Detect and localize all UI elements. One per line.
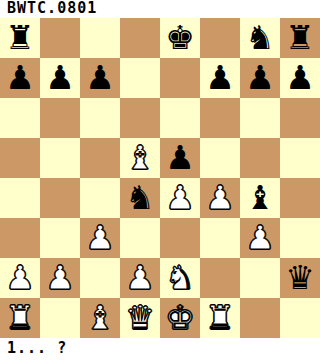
square-b3[interactable] (40, 218, 80, 258)
square-d2[interactable]: ♟ (120, 258, 160, 298)
square-a8[interactable]: ♜ (0, 18, 40, 58)
black-pawn[interactable]: ♟ (205, 58, 235, 98)
square-c8[interactable] (80, 18, 120, 58)
square-c1[interactable]: ♝ (80, 298, 120, 338)
puzzle-title: BWTC.0801 (0, 0, 320, 18)
square-d5[interactable]: ♝ (120, 138, 160, 178)
black-pawn[interactable]: ♟ (85, 58, 115, 98)
square-f5[interactable] (200, 138, 240, 178)
black-pawn[interactable]: ♟ (45, 58, 75, 98)
white-bishop[interactable]: ♝ (85, 298, 115, 338)
square-a5[interactable] (0, 138, 40, 178)
square-g8[interactable]: ♞ (240, 18, 280, 58)
square-a3[interactable] (0, 218, 40, 258)
move-prompt: 1... ? (0, 338, 320, 360)
square-a1[interactable]: ♜ (0, 298, 40, 338)
square-h4[interactable] (280, 178, 320, 218)
square-e3[interactable] (160, 218, 200, 258)
square-c6[interactable] (80, 98, 120, 138)
square-a6[interactable] (0, 98, 40, 138)
square-h7[interactable]: ♟ (280, 58, 320, 98)
black-king[interactable]: ♚ (165, 18, 195, 58)
white-knight[interactable]: ♞ (165, 258, 195, 298)
square-c3[interactable]: ♟ (80, 218, 120, 258)
square-a4[interactable] (0, 178, 40, 218)
square-d8[interactable] (120, 18, 160, 58)
square-h6[interactable] (280, 98, 320, 138)
square-h5[interactable] (280, 138, 320, 178)
square-g1[interactable] (240, 298, 280, 338)
white-pawn[interactable]: ♟ (125, 258, 155, 298)
square-c7[interactable]: ♟ (80, 58, 120, 98)
square-a2[interactable]: ♟ (0, 258, 40, 298)
square-e4[interactable]: ♟ (160, 178, 200, 218)
square-h8[interactable]: ♜ (280, 18, 320, 58)
square-e2[interactable]: ♞ (160, 258, 200, 298)
black-rook[interactable]: ♜ (285, 18, 315, 58)
square-f4[interactable]: ♟ (200, 178, 240, 218)
white-pawn[interactable]: ♟ (205, 178, 235, 218)
white-pawn[interactable]: ♟ (165, 178, 195, 218)
black-rook[interactable]: ♜ (5, 18, 35, 58)
square-g2[interactable] (240, 258, 280, 298)
square-h3[interactable] (280, 218, 320, 258)
square-d4[interactable]: ♞ (120, 178, 160, 218)
chess-board[interactable]: ♜♚♞♜♟♟♟♟♟♟♝♟♞♟♟♝♟♟♟♟♟♞♛♜♝♛♚♜ (0, 18, 320, 338)
square-f2[interactable] (200, 258, 240, 298)
square-e7[interactable] (160, 58, 200, 98)
square-g5[interactable] (240, 138, 280, 178)
square-g6[interactable] (240, 98, 280, 138)
square-b6[interactable] (40, 98, 80, 138)
square-f7[interactable]: ♟ (200, 58, 240, 98)
black-pawn[interactable]: ♟ (245, 58, 275, 98)
square-e1[interactable]: ♚ (160, 298, 200, 338)
square-e5[interactable]: ♟ (160, 138, 200, 178)
black-knight[interactable]: ♞ (245, 18, 275, 58)
white-king[interactable]: ♚ (165, 298, 195, 338)
square-b2[interactable]: ♟ (40, 258, 80, 298)
black-pawn[interactable]: ♟ (5, 58, 35, 98)
square-g7[interactable]: ♟ (240, 58, 280, 98)
chess-puzzle-page: BWTC.0801 ♜♚♞♜♟♟♟♟♟♟♝♟♞♟♟♝♟♟♟♟♟♞♛♜♝♛♚♜ 1… (0, 0, 320, 360)
square-h2[interactable]: ♛ (280, 258, 320, 298)
square-b5[interactable] (40, 138, 80, 178)
square-g4[interactable]: ♝ (240, 178, 280, 218)
white-rook[interactable]: ♜ (5, 298, 35, 338)
black-pawn[interactable]: ♟ (165, 138, 195, 178)
square-d7[interactable] (120, 58, 160, 98)
square-b1[interactable] (40, 298, 80, 338)
black-queen[interactable]: ♛ (285, 258, 315, 298)
black-knight[interactable]: ♞ (125, 178, 155, 218)
square-d3[interactable] (120, 218, 160, 258)
square-f6[interactable] (200, 98, 240, 138)
square-f1[interactable]: ♜ (200, 298, 240, 338)
black-bishop[interactable]: ♝ (245, 178, 275, 218)
square-c4[interactable] (80, 178, 120, 218)
white-pawn[interactable]: ♟ (45, 258, 75, 298)
square-d1[interactable]: ♛ (120, 298, 160, 338)
square-h1[interactable] (280, 298, 320, 338)
square-b4[interactable] (40, 178, 80, 218)
square-b7[interactable]: ♟ (40, 58, 80, 98)
square-a7[interactable]: ♟ (0, 58, 40, 98)
square-c2[interactable] (80, 258, 120, 298)
square-f8[interactable] (200, 18, 240, 58)
white-pawn[interactable]: ♟ (5, 258, 35, 298)
white-queen[interactable]: ♛ (125, 298, 155, 338)
white-bishop[interactable]: ♝ (125, 138, 155, 178)
white-pawn[interactable]: ♟ (85, 218, 115, 258)
square-e6[interactable] (160, 98, 200, 138)
square-b8[interactable] (40, 18, 80, 58)
square-c5[interactable] (80, 138, 120, 178)
square-f3[interactable] (200, 218, 240, 258)
square-g3[interactable]: ♟ (240, 218, 280, 258)
black-pawn[interactable]: ♟ (285, 58, 315, 98)
square-d6[interactable] (120, 98, 160, 138)
square-e8[interactable]: ♚ (160, 18, 200, 58)
white-rook[interactable]: ♜ (205, 298, 235, 338)
white-pawn[interactable]: ♟ (245, 218, 275, 258)
